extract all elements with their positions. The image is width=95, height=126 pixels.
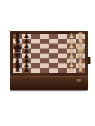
square-a3 xyxy=(58,68,67,73)
side-latch-icon xyxy=(88,57,91,64)
black-pawn-icon: ♟ xyxy=(24,67,30,73)
front-edge-highlight xyxy=(10,76,88,77)
fold-seam xyxy=(49,31,50,76)
white-pawn-icon: ♟ xyxy=(69,67,75,73)
square-a5 xyxy=(40,68,49,73)
square-a8: ♜ xyxy=(13,68,22,73)
product-photo: ♜♟♟♜♞♟♟♞♝♟♟♝♚♟♟♚♛♟♟♛♝♟♟♝♞♟♟♞♜♟♟♜ xyxy=(0,0,95,126)
photo-scene: ♜♟♟♜♞♟♟♞♝♟♟♝♚♟♟♚♛♟♟♛♝♟♟♝♞♟♟♞♜♟♟♜ xyxy=(0,0,95,126)
white-rook-icon: ♜ xyxy=(77,32,84,39)
clasp-icon xyxy=(77,79,82,82)
square-a7: ♟ xyxy=(22,68,31,73)
board-front-edge xyxy=(10,76,88,91)
folding-chess-set: ♜♟♟♜♞♟♟♞♝♟♟♝♚♟♟♚♛♟♟♛♝♟♟♝♞♟♟♞♜♟♟♜ xyxy=(10,31,88,91)
board-top-surface: ♜♟♟♜♞♟♟♞♝♟♟♝♚♟♟♚♛♟♟♛♝♟♟♝♞♟♟♞♜♟♟♜ xyxy=(10,31,88,76)
square-a1: ♜ xyxy=(76,68,85,73)
square-a6 xyxy=(31,68,40,73)
square-a2: ♟ xyxy=(67,68,76,73)
square-a4 xyxy=(49,68,58,73)
black-rook-icon: ♜ xyxy=(14,32,21,39)
